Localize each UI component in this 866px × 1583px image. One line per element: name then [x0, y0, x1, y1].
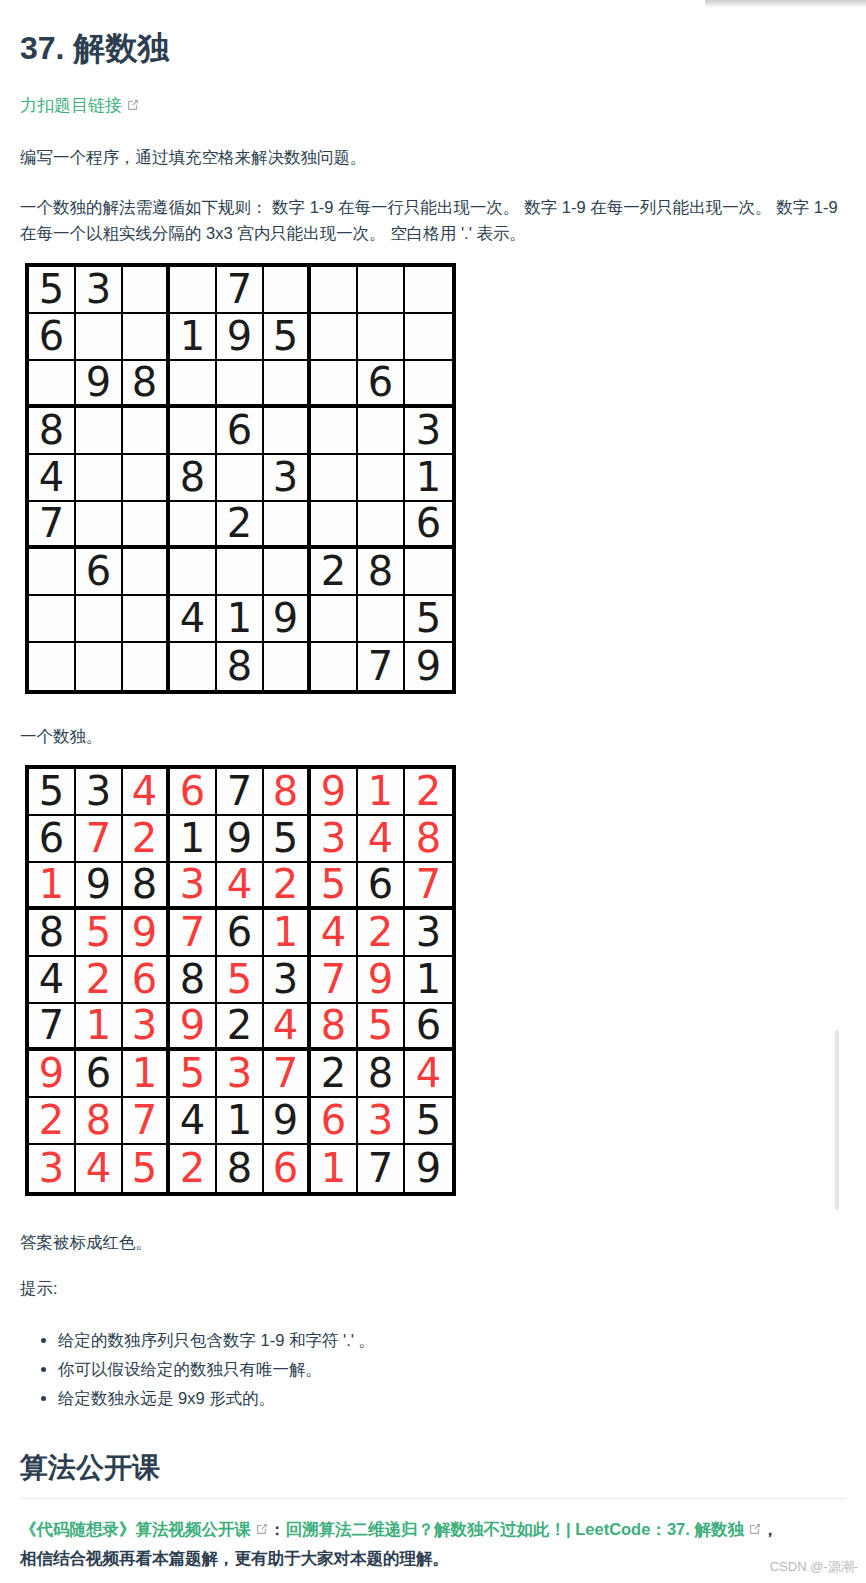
sudoku-cell-r5c7	[311, 455, 358, 502]
sudoku-cell-r6c3	[123, 502, 170, 549]
sudoku-cell-r5c5: 5	[217, 957, 264, 1004]
sudoku-cell-r6c2	[76, 502, 123, 549]
csdn-watermark: CSDN @-源潮-	[770, 1558, 858, 1576]
sudoku-cell-r9c4	[170, 643, 217, 690]
top-edge-shade	[705, 0, 866, 8]
sudoku-cell-r9c3	[123, 643, 170, 690]
sudoku-cell-r9c5: 8	[217, 643, 264, 690]
sudoku-cell-r5c6: 3	[264, 957, 311, 1004]
sudoku-cell-r9c6	[264, 643, 311, 690]
sudoku-cell-r4c1: 8	[29, 910, 76, 957]
course-paragraph: 《代码随想录》算法视频公开课：回溯算法二维递归？解数独不过如此！| LeetCo…	[20, 1515, 846, 1573]
sudoku-cell-r9c7	[311, 643, 358, 690]
video-episode-link[interactable]: 回溯算法二维递归？解数独不过如此！| LeetCode：37. 解数独	[286, 1520, 744, 1538]
sudoku-cell-r4c3	[123, 408, 170, 455]
sudoku-cell-r6c1: 7	[29, 502, 76, 549]
sudoku-cell-r9c1	[29, 643, 76, 690]
sudoku-cell-r3c5: 4	[217, 863, 264, 910]
sudoku-cell-r1c7	[311, 267, 358, 314]
sudoku-cell-r8c1: 2	[29, 1098, 76, 1145]
hints-list: 给定的数独序列只包含数字 1-9 和字符 '.' 。 你可以假设给定的数独只有唯…	[20, 1326, 846, 1413]
sudoku-cell-r5c3	[123, 455, 170, 502]
sudoku-cell-r2c1: 6	[29, 816, 76, 863]
sudoku-cell-r6c6	[264, 502, 311, 549]
sudoku-cell-r7c5: 3	[217, 1051, 264, 1098]
sudoku-cell-r2c4: 1	[170, 816, 217, 863]
sudoku-cell-r4c9: 3	[405, 408, 452, 455]
sudoku-cell-r5c9: 1	[405, 957, 452, 1004]
sudoku-cell-r1c2: 3	[76, 267, 123, 314]
sudoku-cell-r8c4: 4	[170, 1098, 217, 1145]
sudoku-cell-r4c3: 9	[123, 910, 170, 957]
sudoku-cell-r9c5: 8	[217, 1145, 264, 1192]
sudoku-cell-r6c2: 1	[76, 1004, 123, 1051]
sudoku-cell-r7c5	[217, 549, 264, 596]
sudoku-cell-r8c5: 1	[217, 596, 264, 643]
leetcode-problem-link[interactable]: 力扣题目链接	[20, 96, 122, 115]
sudoku-cell-r4c6	[264, 408, 311, 455]
sudoku-cell-r8c9: 5	[405, 596, 452, 643]
sudoku-cell-r1c3: 4	[123, 769, 170, 816]
sudoku-cell-r8c4: 4	[170, 596, 217, 643]
sudoku-cell-r7c9: 4	[405, 1051, 452, 1098]
sudoku-cell-r2c5: 9	[217, 816, 264, 863]
sudoku-cell-r5c8	[358, 455, 405, 502]
separator-comma: ，	[762, 1520, 779, 1538]
external-link-icon	[748, 1521, 762, 1539]
external-link-icon	[126, 97, 140, 116]
sudoku-cell-r8c9: 5	[405, 1098, 452, 1145]
intro-paragraph: 编写一个程序，通过填充空格来解决数独问题。	[20, 144, 846, 170]
sudoku-cell-r9c4: 2	[170, 1145, 217, 1192]
sudoku-cell-r9c9: 9	[405, 643, 452, 690]
sudoku-cell-r8c6: 9	[264, 1098, 311, 1145]
sudoku-cell-r7c8: 8	[358, 549, 405, 596]
sudoku-cell-r1c4: 6	[170, 769, 217, 816]
sudoku-cell-r8c6: 9	[264, 596, 311, 643]
sudoku-cell-r3c1	[29, 361, 76, 408]
sudoku-cell-r9c8: 7	[358, 1145, 405, 1192]
sudoku-cell-r8c2	[76, 596, 123, 643]
sudoku-cell-r1c5: 7	[217, 769, 264, 816]
sudoku-cell-r2c3: 2	[123, 816, 170, 863]
sudoku-cell-r7c6	[264, 549, 311, 596]
sudoku-cell-r5c3: 6	[123, 957, 170, 1004]
sudoku-cell-r3c9	[405, 361, 452, 408]
sudoku-cell-r4c9: 3	[405, 910, 452, 957]
sudoku-cell-r1c2: 3	[76, 769, 123, 816]
hint-item: 给定的数独序列只包含数字 1-9 和字符 '.' 。	[58, 1326, 846, 1355]
sudoku-cell-r1c1: 5	[29, 769, 76, 816]
sudoku-cell-r3c8: 6	[358, 863, 405, 910]
sudoku-cell-r6c9: 6	[405, 1004, 452, 1051]
sudoku-cell-r7c7: 2	[311, 1051, 358, 1098]
sudoku-cell-r1c9: 2	[405, 769, 452, 816]
sudoku-cell-r9c8: 7	[358, 643, 405, 690]
sudoku-cell-r6c8	[358, 502, 405, 549]
sudoku-cell-r9c1: 3	[29, 1145, 76, 1192]
sudoku-cell-r1c9	[405, 267, 452, 314]
problem-link-row: 力扣题目链接	[20, 94, 846, 118]
sudoku-board-solution: 5346789126721953481983425678597614234268…	[25, 765, 456, 1196]
sudoku-cell-r8c8	[358, 596, 405, 643]
course-section-heading: 算法公开课	[20, 1451, 846, 1500]
sudoku-cell-r2c8: 4	[358, 816, 405, 863]
sudoku-cell-r1c4	[170, 267, 217, 314]
sudoku-cell-r5c1: 4	[29, 455, 76, 502]
sudoku-cell-r9c9: 9	[405, 1145, 452, 1192]
sudoku-cell-r4c5: 6	[217, 408, 264, 455]
sudoku-cell-r4c2: 5	[76, 910, 123, 957]
hint-item: 给定数独永远是 9x9 形式的。	[58, 1384, 846, 1413]
sudoku-cell-r7c3	[123, 549, 170, 596]
sudoku-cell-r7c1	[29, 549, 76, 596]
page-title: 37. 解数独	[20, 30, 846, 67]
sudoku-cell-r1c6: 8	[264, 769, 311, 816]
sudoku-cell-r4c8: 2	[358, 910, 405, 957]
course-note: 相信结合视频再看本篇题解，更有助于大家对本题的理解。	[20, 1544, 449, 1573]
rules-paragraph: 一个数独的解法需遵循如下规则： 数字 1-9 在每一行只能出现一次。 数字 1-…	[20, 194, 846, 247]
sudoku-cell-r2c3	[123, 314, 170, 361]
video-course-link[interactable]: 《代码随想录》算法视频公开课	[20, 1520, 251, 1538]
sudoku-cell-r5c2: 2	[76, 957, 123, 1004]
sudoku-cell-r6c6: 4	[264, 1004, 311, 1051]
sudoku-cell-r6c3: 3	[123, 1004, 170, 1051]
sudoku-cell-r6c1: 7	[29, 1004, 76, 1051]
sudoku-cell-r7c3: 1	[123, 1051, 170, 1098]
sudoku-cell-r7c2: 6	[76, 549, 123, 596]
sudoku-cell-r3c9: 7	[405, 863, 452, 910]
sudoku-cell-r2c1: 6	[29, 314, 76, 361]
sudoku-cell-r5c4: 8	[170, 957, 217, 1004]
sudoku-cell-r3c6	[264, 361, 311, 408]
sudoku-cell-r8c5: 1	[217, 1098, 264, 1145]
sudoku-cell-r6c4	[170, 502, 217, 549]
sudoku-cell-r4c2	[76, 408, 123, 455]
scrollbar-thumb[interactable]	[835, 1030, 839, 1210]
sudoku-cell-r6c5: 2	[217, 502, 264, 549]
sudoku-cell-r2c2	[76, 314, 123, 361]
sudoku-cell-r4c8	[358, 408, 405, 455]
sudoku-cell-r3c4	[170, 361, 217, 408]
sudoku-cell-r6c4: 9	[170, 1004, 217, 1051]
sudoku-cell-r1c3	[123, 267, 170, 314]
sudoku-cell-r2c9	[405, 314, 452, 361]
sudoku-cell-r7c1: 9	[29, 1051, 76, 1098]
sudoku-cell-r3c2: 9	[76, 361, 123, 408]
sudoku-cell-r4c6: 1	[264, 910, 311, 957]
sudoku-cell-r4c7: 4	[311, 910, 358, 957]
sudoku-cell-r7c7: 2	[311, 549, 358, 596]
sudoku-cell-r2c6: 5	[264, 314, 311, 361]
sudoku-cell-r5c9: 1	[405, 455, 452, 502]
sudoku-cell-r6c7: 8	[311, 1004, 358, 1051]
sudoku-cell-r4c4	[170, 408, 217, 455]
sudoku-cell-r2c5: 9	[217, 314, 264, 361]
sudoku-cell-r5c2	[76, 455, 123, 502]
sudoku-cell-r7c8: 8	[358, 1051, 405, 1098]
sudoku-cell-r2c9: 8	[405, 816, 452, 863]
sudoku-cell-r3c7	[311, 361, 358, 408]
sudoku-cell-r5c5	[217, 455, 264, 502]
external-link-icon	[255, 1521, 269, 1539]
sudoku-cell-r2c4: 1	[170, 314, 217, 361]
article-content: 37. 解数独 力扣题目链接 编写一个程序，通过填充空格来解决数独问题。 一个数…	[0, 30, 866, 1573]
sudoku-cell-r1c8: 1	[358, 769, 405, 816]
sudoku-cell-r9c2: 4	[76, 1145, 123, 1192]
sudoku-cell-r8c1	[29, 596, 76, 643]
sudoku-cell-r5c8: 9	[358, 957, 405, 1004]
sudoku-cell-r3c5	[217, 361, 264, 408]
sudoku-cell-r9c7: 1	[311, 1145, 358, 1192]
sudoku-cell-r3c8: 6	[358, 361, 405, 408]
sudoku-cell-r7c4: 5	[170, 1051, 217, 1098]
sudoku-cell-r1c8	[358, 267, 405, 314]
hint-item: 你可以假设给定的数独只有唯一解。	[58, 1355, 846, 1384]
sudoku-cell-r4c1: 8	[29, 408, 76, 455]
sudoku-cell-r3c7: 5	[311, 863, 358, 910]
sudoku-cell-r3c6: 2	[264, 863, 311, 910]
puzzle-caption: 一个数独。	[20, 724, 846, 749]
sudoku-cell-r8c7	[311, 596, 358, 643]
sudoku-cell-r3c2: 9	[76, 863, 123, 910]
sudoku-cell-r7c2: 6	[76, 1051, 123, 1098]
sudoku-cell-r1c7: 9	[311, 769, 358, 816]
sudoku-cell-r7c6: 7	[264, 1051, 311, 1098]
sudoku-cell-r2c8	[358, 314, 405, 361]
sudoku-cell-r6c9: 6	[405, 502, 452, 549]
sudoku-cell-r8c3	[123, 596, 170, 643]
sudoku-cell-r3c3: 8	[123, 361, 170, 408]
sudoku-cell-r1c5: 7	[217, 267, 264, 314]
sudoku-cell-r8c8: 3	[358, 1098, 405, 1145]
sudoku-cell-r4c7	[311, 408, 358, 455]
sudoku-cell-r2c6: 5	[264, 816, 311, 863]
sudoku-cell-r1c6	[264, 267, 311, 314]
sudoku-cell-r3c4: 3	[170, 863, 217, 910]
sudoku-cell-r5c1: 4	[29, 957, 76, 1004]
sudoku-cell-r9c6: 6	[264, 1145, 311, 1192]
sudoku-cell-r3c3: 8	[123, 863, 170, 910]
sudoku-cell-r1c1: 5	[29, 267, 76, 314]
sudoku-cell-r8c2: 8	[76, 1098, 123, 1145]
sudoku-cell-r2c7	[311, 314, 358, 361]
sudoku-cell-r8c7: 6	[311, 1098, 358, 1145]
sudoku-cell-r6c5: 2	[217, 1004, 264, 1051]
solution-caption: 答案被标成红色。	[20, 1230, 846, 1255]
sudoku-cell-r6c7	[311, 502, 358, 549]
sudoku-cell-r2c2: 7	[76, 816, 123, 863]
sudoku-cell-r2c7: 3	[311, 816, 358, 863]
sudoku-cell-r4c5: 6	[217, 910, 264, 957]
sudoku-cell-r9c3: 5	[123, 1145, 170, 1192]
sudoku-cell-r5c6: 3	[264, 455, 311, 502]
sudoku-cell-r5c7: 7	[311, 957, 358, 1004]
sudoku-cell-r3c1: 1	[29, 863, 76, 910]
sudoku-cell-r8c3: 7	[123, 1098, 170, 1145]
sudoku-board-puzzle: 537619598686348317266284195879	[25, 263, 456, 694]
sudoku-cell-r7c4	[170, 549, 217, 596]
sudoku-cell-r9c2	[76, 643, 123, 690]
sudoku-cell-r6c8: 5	[358, 1004, 405, 1051]
sudoku-cell-r7c9	[405, 549, 452, 596]
hints-label: 提示:	[20, 1278, 846, 1300]
sudoku-cell-r4c4: 7	[170, 910, 217, 957]
sudoku-cell-r5c4: 8	[170, 455, 217, 502]
separator-colon: ：	[269, 1520, 286, 1538]
